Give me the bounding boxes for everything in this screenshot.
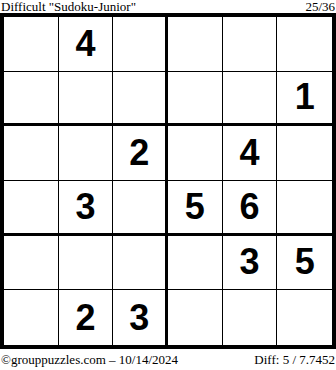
cell-r1c5-empty[interactable] (223, 17, 278, 72)
cell-r2c2-empty[interactable] (59, 72, 114, 127)
cell-r2c3-empty[interactable] (113, 72, 168, 127)
cell-r2c1-empty[interactable] (4, 72, 59, 127)
cell-r1c6-empty[interactable] (277, 17, 332, 72)
cell-r5c4-empty[interactable] (168, 236, 223, 291)
header: Difficult "Sudoku-Junior" 25/36 (1, 0, 335, 13)
cell-r2c4-empty[interactable] (168, 72, 223, 127)
cell-r3c4-empty[interactable] (168, 126, 223, 181)
cell-r5c6-given: 5 (277, 236, 332, 291)
cell-r4c5-given: 6 (223, 181, 278, 236)
cell-r6c2-given: 2 (59, 290, 114, 345)
cell-r3c3-given: 2 (113, 126, 168, 181)
cell-r2c6-given: 1 (277, 72, 332, 127)
cell-r1c2-given: 4 (59, 17, 114, 72)
cell-r5c1-empty[interactable] (4, 236, 59, 291)
cell-r2c5-empty[interactable] (223, 72, 278, 127)
cell-r6c4-empty[interactable] (168, 290, 223, 345)
copyright-text: ©grouppuzzles.com – 10/14/2024 (1, 353, 178, 367)
footer: ©grouppuzzles.com – 10/14/2024 Diff: 5 /… (1, 353, 335, 367)
cell-r4c2-given: 3 (59, 181, 114, 236)
cell-r6c5-empty[interactable] (223, 290, 278, 345)
sudoku-board: 41243563523 (0, 13, 336, 349)
puzzle-page: Difficult "Sudoku-Junior" 25/36 41243563… (0, 0, 336, 370)
cell-r5c5-given: 3 (223, 236, 278, 291)
cell-r4c6-empty[interactable] (277, 181, 332, 236)
puzzle-title: Difficult "Sudoku-Junior" (1, 0, 136, 13)
cell-r6c1-empty[interactable] (4, 290, 59, 345)
difficulty-text: Diff: 5 / 7.7452 (254, 353, 335, 367)
cell-r3c1-empty[interactable] (4, 126, 59, 181)
cell-r1c3-empty[interactable] (113, 17, 168, 72)
cell-r4c3-empty[interactable] (113, 181, 168, 236)
cell-r1c1-empty[interactable] (4, 17, 59, 72)
cell-r4c4-given: 5 (168, 181, 223, 236)
cell-r3c5-given: 4 (223, 126, 278, 181)
cell-r1c4-empty[interactable] (168, 17, 223, 72)
cell-r4c1-empty[interactable] (4, 181, 59, 236)
cell-r6c6-empty[interactable] (277, 290, 332, 345)
cell-r3c6-empty[interactable] (277, 126, 332, 181)
cell-r5c2-empty[interactable] (59, 236, 114, 291)
cell-r6c3-given: 3 (113, 290, 168, 345)
cell-r3c2-empty[interactable] (59, 126, 114, 181)
puzzle-counter: 25/36 (305, 0, 335, 13)
cell-r5c3-empty[interactable] (113, 236, 168, 291)
